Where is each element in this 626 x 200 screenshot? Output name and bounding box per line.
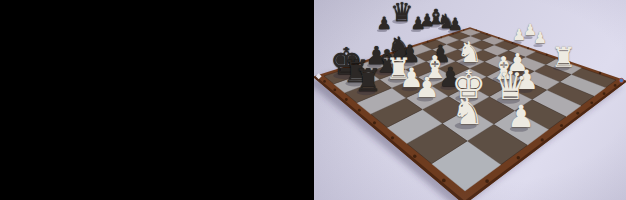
border-stud bbox=[333, 89, 336, 92]
border-stud bbox=[560, 124, 563, 127]
border-stud bbox=[358, 109, 361, 112]
border-stud bbox=[541, 138, 544, 141]
border-stud bbox=[590, 101, 593, 104]
piece-white-knight: ♞ bbox=[451, 94, 484, 131]
piece-black-rook: ♜ bbox=[354, 65, 382, 97]
screenshot-canvas: ♜♜♚♞♟♟♜♝♟♟♚♟♝♟♞♛♟♟♝♞♟♜♟♛♟♟♝♞♟♟♟♟ bbox=[0, 0, 626, 200]
piece-white-pawn: ♟ bbox=[414, 75, 439, 103]
border-stud bbox=[476, 30, 477, 31]
border-stud bbox=[599, 72, 601, 74]
border-stud bbox=[463, 29, 464, 30]
piece-white-pawn: ♟ bbox=[533, 31, 547, 46]
border-stud bbox=[391, 136, 394, 139]
piece-white-pawn: ♟ bbox=[512, 28, 526, 43]
border-stud bbox=[427, 41, 429, 43]
corner-ornament-dot bbox=[619, 78, 623, 82]
border-stud bbox=[546, 54, 548, 56]
border-stud bbox=[485, 179, 489, 183]
chess-photo: ♜♜♚♞♟♟♜♝♟♟♚♟♝♟♞♛♟♟♝♞♟♜♟♛♟♟♝♞♟♟♟♟ bbox=[314, 0, 626, 200]
piece-white-rook: ♜ bbox=[551, 44, 576, 72]
border-stud bbox=[413, 155, 416, 158]
border-stud bbox=[498, 37, 500, 39]
border-stud bbox=[373, 121, 376, 124]
border-stud bbox=[440, 37, 442, 39]
piece-black-pawn: ♟ bbox=[410, 15, 425, 32]
piece-black-pawn: ♟ bbox=[447, 16, 462, 33]
piece-white-pawn: ♟ bbox=[507, 102, 535, 133]
border-stud bbox=[614, 84, 617, 87]
border-stud bbox=[603, 92, 606, 95]
border-stud bbox=[486, 33, 488, 35]
border-stud bbox=[323, 80, 326, 83]
border-stud bbox=[517, 156, 520, 159]
border-stud bbox=[576, 112, 579, 115]
border-stud bbox=[442, 179, 446, 183]
left-black-panel bbox=[0, 0, 314, 200]
border-stud bbox=[345, 98, 348, 101]
